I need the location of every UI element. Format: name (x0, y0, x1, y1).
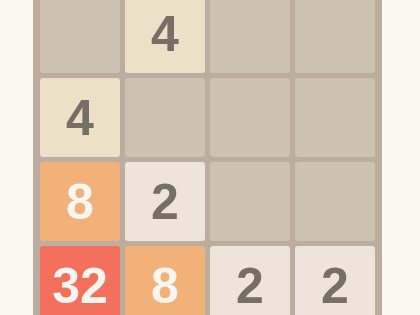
empty-cell (210, 162, 290, 241)
empty-cell (295, 162, 375, 241)
tile-32: 32 (40, 246, 120, 315)
tile-8: 8 (40, 162, 120, 241)
tile-2: 2 (295, 246, 375, 315)
empty-cell (295, 78, 375, 157)
tile-8: 8 (125, 246, 205, 315)
tile-4: 4 (40, 78, 120, 157)
empty-cell (210, 78, 290, 157)
empty-cell (125, 78, 205, 157)
tile-4: 4 (125, 0, 205, 73)
tile-2: 2 (125, 162, 205, 241)
empty-cell (40, 0, 120, 73)
empty-cell (295, 0, 375, 73)
board-grid[interactable]: 448232822 (33, 0, 382, 315)
tile-2: 2 (210, 246, 290, 315)
empty-cell (210, 0, 290, 73)
